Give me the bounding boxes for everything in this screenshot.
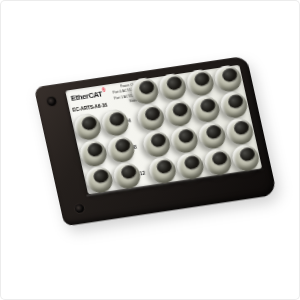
device-enclosure: EtherCAT® EC-ARTS-A6-16 Power OnPort 0 A… xyxy=(34,56,277,227)
screw-hole-bottom xyxy=(73,202,86,214)
m12-connector xyxy=(218,90,249,119)
m12-connector xyxy=(147,156,178,185)
m12-connector xyxy=(84,165,115,194)
port-number-label: 8 xyxy=(133,144,137,150)
enclosure-body: EtherCAT® EC-ARTS-A6-16 Power OnPort 0 A… xyxy=(34,56,277,227)
m12-connector xyxy=(185,68,216,97)
m12-connector xyxy=(224,117,255,146)
m12-connector xyxy=(196,121,227,150)
m12-connector xyxy=(202,147,233,176)
m12-connector xyxy=(169,125,200,154)
screw-hole-top xyxy=(45,95,58,107)
m12-connector xyxy=(100,108,131,137)
port-number-label: 4 xyxy=(127,117,131,123)
m12-connector xyxy=(141,129,172,158)
m12-connector xyxy=(72,112,103,141)
m12-connector xyxy=(230,143,261,172)
m12-connector xyxy=(78,139,109,168)
m12-connector xyxy=(175,152,206,181)
m12-connector xyxy=(212,64,243,93)
faceplate: EtherCAT® EC-ARTS-A6-16 Power OnPort 0 A… xyxy=(65,65,262,195)
m12-connector xyxy=(163,99,194,128)
m12-connector xyxy=(135,103,166,132)
m12-connector xyxy=(190,95,221,124)
m12-connector xyxy=(157,72,188,101)
m12-connector xyxy=(111,161,142,190)
port-number-label: 12 xyxy=(139,170,146,177)
product-photo: EtherCAT® EC-ARTS-A6-16 Power OnPort 0 A… xyxy=(0,0,300,300)
connector-grid: 4812 xyxy=(65,65,262,195)
m12-connector xyxy=(129,76,160,105)
m12-connector xyxy=(105,135,136,164)
